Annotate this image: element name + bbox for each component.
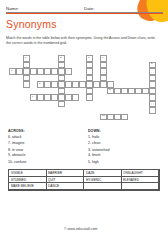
grid-cell[interactable]: 7 <box>37 81 44 88</box>
clue-item: 10. confuse <box>8 159 89 165</box>
grid-cell[interactable] <box>114 88 121 95</box>
word-bank-word: ONSLAUGHT <box>123 171 143 174</box>
grid-cell[interactable] <box>44 94 51 101</box>
footer-credit: © www.educatall.com <box>64 227 98 231</box>
word-bank-cell <box>122 183 160 190</box>
word-bank-cell: DANCE <box>47 183 85 190</box>
word-bank-cell: MAKE BELIEVE <box>9 183 47 190</box>
word-bank-word: STUNNED <box>11 178 26 181</box>
grid-cell[interactable] <box>51 68 58 75</box>
clue-item: 5. high <box>88 159 168 165</box>
cell-number: 8 <box>109 88 110 91</box>
grid-cell[interactable] <box>23 81 30 88</box>
grid-cell[interactable] <box>44 68 51 75</box>
grid-cell[interactable]: 9 <box>30 94 37 101</box>
word-bank-word: ELEVATED <box>123 178 139 181</box>
grid-cell[interactable] <box>107 114 114 121</box>
word-bank-table: VISIBLEBARRIERDAZEONSLAUGHTSTUNNEDQUITHY… <box>8 169 160 191</box>
word-bank-word: QUIT <box>48 178 56 181</box>
cell-number: 1 <box>25 56 26 59</box>
grid-cell[interactable] <box>121 114 128 121</box>
cell-number: 7 <box>39 82 40 85</box>
cell-number: 2 <box>60 56 61 59</box>
grid-cell[interactable]: 8 <box>107 88 114 95</box>
grid-cell[interactable] <box>16 68 23 75</box>
grid-cell[interactable] <box>51 94 58 101</box>
grid-cell[interactable] <box>51 81 58 88</box>
cell-number: 10 <box>102 114 105 117</box>
grid-cell[interactable] <box>93 81 100 88</box>
grid-cell[interactable] <box>65 94 72 101</box>
grid-cell[interactable] <box>86 94 93 101</box>
word-bank-cell <box>84 183 122 190</box>
word-bank-word: MAKE BELIEVE <box>11 184 34 187</box>
grid-cell[interactable] <box>37 68 44 75</box>
cell-number: 9 <box>32 95 33 98</box>
word-bank-word: BARRIER <box>48 171 62 174</box>
grid-cell[interactable] <box>72 81 79 88</box>
word-bank-word: DANCE <box>48 184 59 187</box>
grid-cell[interactable] <box>72 94 79 101</box>
grid-cell[interactable] <box>37 94 44 101</box>
grid-cell[interactable] <box>149 107 156 114</box>
grid-cell[interactable] <box>114 114 121 121</box>
grid-cell[interactable] <box>65 68 72 75</box>
worksheet-page: { "game": "crossword", "header": { "name… <box>0 0 168 240</box>
grid-cell[interactable] <box>65 81 72 88</box>
word-bank-word: DAZE <box>86 171 94 174</box>
across-clues: ACROSS: 6. attack7. imagine8. in view9. … <box>8 128 89 165</box>
cell-number: 5 <box>151 62 152 65</box>
word-bank-word: HYGIENIC <box>86 178 101 181</box>
grid-cell[interactable] <box>135 88 142 95</box>
down-clues: DOWN: 1. frolic2. clean3. astonished4. f… <box>88 128 168 165</box>
cell-number: 4 <box>102 56 103 59</box>
cell-number: 6 <box>11 69 12 72</box>
grid-cell[interactable] <box>142 88 149 95</box>
word-bank-word: VISIBLE <box>11 171 23 174</box>
grid-cell[interactable] <box>128 88 135 95</box>
grid-cell[interactable] <box>100 81 107 88</box>
grid-cell[interactable] <box>58 101 65 108</box>
grid-cell[interactable] <box>79 81 86 88</box>
grid-cell[interactable] <box>44 81 51 88</box>
crossword-grid: 12345678910 <box>0 0 168 240</box>
grid-cell[interactable] <box>30 68 37 75</box>
grid-cell[interactable] <box>121 88 128 95</box>
grid-cell[interactable]: 10 <box>100 114 107 121</box>
cell-number: 3 <box>88 56 89 59</box>
grid-cell[interactable]: 6 <box>9 68 16 75</box>
